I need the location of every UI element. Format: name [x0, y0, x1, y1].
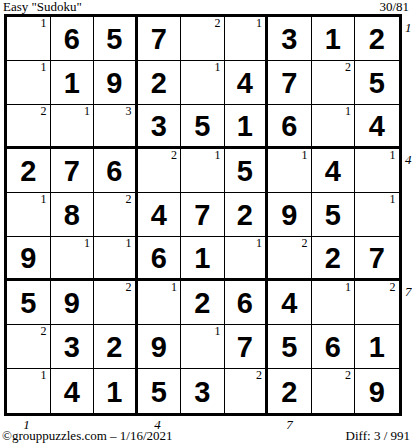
given-digit: 9	[369, 376, 385, 407]
cell-r7c1[interactable]: 5	[7, 281, 51, 325]
cell-r4c4[interactable]: 2	[138, 149, 182, 193]
cell-r9c8[interactable]: 2	[312, 369, 356, 413]
cell-r5c3[interactable]: 2	[94, 193, 138, 237]
given-digit: 9	[64, 287, 80, 318]
pencil-mark: 1	[390, 193, 396, 206]
cell-r4c7[interactable]: 1	[268, 149, 312, 193]
cell-r8c7[interactable]: 5	[268, 325, 312, 369]
given-digit: 2	[106, 331, 122, 362]
pencil-mark: 3	[126, 105, 132, 118]
pencil-mark: 1	[345, 281, 351, 294]
pencil-mark: 2	[171, 149, 177, 162]
cell-r1c3[interactable]: 5	[94, 17, 138, 61]
pencil-mark: 1	[390, 149, 396, 162]
given-digit: 3	[194, 376, 210, 407]
cell-r5c7[interactable]: 9	[268, 193, 312, 237]
given-digit: 2	[194, 287, 210, 318]
cell-r1c7[interactable]: 3	[268, 17, 312, 61]
pencil-mark: 2	[126, 193, 132, 206]
cell-r7c9[interactable]: 2	[355, 281, 399, 325]
row-label-7: 7	[405, 284, 412, 300]
cell-r1c1[interactable]: 1	[7, 17, 51, 61]
cell-r2c5[interactable]: 1	[181, 61, 225, 105]
cell-r8c3[interactable]: 2	[94, 325, 138, 369]
given-digit: 9	[106, 67, 122, 98]
given-digit: 6	[151, 242, 167, 273]
cell-r4c8[interactable]: 4	[312, 149, 356, 193]
given-digit: 2	[237, 199, 253, 230]
cell-r8c9[interactable]: 1	[355, 325, 399, 369]
cell-r2c7[interactable]: 7	[268, 61, 312, 105]
cell-r6c4[interactable]: 6	[138, 237, 182, 281]
copyright-date: ©grouppuzzles.com – 1/16/2021	[2, 428, 173, 444]
given-digit: 1	[64, 67, 80, 98]
cell-r1c2[interactable]: 6	[51, 17, 95, 61]
cell-r6c5[interactable]: 1	[181, 237, 225, 281]
cell-r6c2[interactable]: 1	[51, 237, 95, 281]
pencil-mark: 1	[171, 281, 177, 294]
cell-r8c5[interactable]: 1	[181, 325, 225, 369]
pencil-mark: 2	[345, 61, 351, 74]
cell-r2c1[interactable]: 1	[7, 61, 51, 105]
cell-r2c4[interactable]: 2	[138, 61, 182, 105]
cell-r5c2[interactable]: 8	[51, 193, 95, 237]
cell-r6c9[interactable]: 7	[355, 237, 399, 281]
cell-r5c6[interactable]: 2	[225, 193, 269, 237]
pencil-mark: 1	[215, 149, 221, 162]
page-title: Easy "Sudoku"	[3, 0, 82, 15]
given-digit: 2	[281, 376, 297, 407]
given-digit: 7	[64, 155, 80, 186]
given-digit: 9	[281, 199, 297, 230]
pencil-mark: 2	[215, 17, 221, 30]
cell-r1c8[interactable]: 1	[312, 17, 356, 61]
row-label-4: 4	[405, 152, 412, 168]
given-digit: 5	[106, 23, 122, 54]
given-digit: 5	[194, 110, 210, 141]
cell-r4c3[interactable]: 6	[94, 149, 138, 193]
cell-r4c2[interactable]: 7	[51, 149, 95, 193]
given-digit: 9	[151, 331, 167, 362]
cell-r5c4[interactable]: 4	[138, 193, 182, 237]
cell-r9c9[interactable]: 9	[355, 369, 399, 413]
cell-r8c4[interactable]: 9	[138, 325, 182, 369]
pencil-mark: 1	[215, 325, 221, 338]
cell-r7c4[interactable]: 1	[138, 281, 182, 325]
pencil-mark: 2	[345, 369, 351, 382]
given-digit: 3	[151, 110, 167, 141]
pencil-mark: 2	[41, 325, 47, 338]
cell-r1c5[interactable]: 2	[181, 17, 225, 61]
given-digit: 7	[237, 331, 253, 362]
pencil-mark: 1	[302, 149, 308, 162]
given-digit: 6	[325, 331, 341, 362]
pencil-mark: 1	[345, 105, 351, 118]
given-digit: 2	[369, 23, 385, 54]
pencil-mark: 1	[126, 237, 132, 250]
pencil-mark: 2	[126, 281, 132, 294]
cell-r7c3[interactable]: 2	[94, 281, 138, 325]
cell-r3c2[interactable]: 1	[51, 105, 95, 149]
cell-r6c7[interactable]: 2	[268, 237, 312, 281]
pencil-mark: 1	[84, 105, 90, 118]
cell-r3c7[interactable]: 6	[268, 105, 312, 149]
cell-r5c8[interactable]: 5	[312, 193, 356, 237]
given-digit: 1	[194, 242, 210, 273]
pencil-mark: 1	[215, 61, 221, 74]
cell-r8c2[interactable]: 3	[51, 325, 95, 369]
cell-r2c2[interactable]: 1	[51, 61, 95, 105]
cell-r6c1[interactable]: 9	[7, 237, 51, 281]
given-digit: 7	[281, 67, 297, 98]
given-digit: 1	[325, 23, 341, 54]
cell-r8c6[interactable]: 7	[225, 325, 269, 369]
cell-r2c6[interactable]: 4	[225, 61, 269, 105]
cell-r9c3[interactable]: 1	[94, 369, 138, 413]
given-digit: 4	[237, 67, 253, 98]
pencil-mark: 1	[41, 193, 47, 206]
cell-r7c6[interactable]: 6	[225, 281, 269, 325]
cell-r2c9[interactable]: 5	[355, 61, 399, 105]
pencil-mark: 1	[84, 237, 90, 250]
cell-r7c7[interactable]: 4	[268, 281, 312, 325]
cell-r3c5[interactable]: 5	[181, 105, 225, 149]
cell-r9c6[interactable]: 2	[225, 369, 269, 413]
cell-r7c8[interactable]: 1	[312, 281, 356, 325]
given-digit: 1	[369, 331, 385, 362]
given-digit: 4	[64, 376, 80, 407]
cell-r1c6[interactable]: 1	[225, 17, 269, 61]
pencil-mark: 1	[256, 237, 262, 250]
given-digit: 6	[237, 287, 253, 318]
pencil-mark: 2	[256, 369, 262, 382]
given-digit: 1	[237, 110, 253, 141]
given-digit: 6	[106, 155, 122, 186]
col-label-7: 7	[268, 417, 311, 433]
sudoku-board: 1657213121192147252133516142762151411824…	[4, 14, 402, 416]
given-digit: 6	[64, 23, 80, 54]
cell-r8c1[interactable]: 2	[7, 325, 51, 369]
cell-r4c9[interactable]: 1	[355, 149, 399, 193]
pencil-mark: 1	[41, 17, 47, 30]
cell-r5c1[interactable]: 1	[7, 193, 51, 237]
given-digit: 4	[325, 155, 341, 186]
pencil-mark: 2	[41, 105, 47, 118]
cell-r9c4[interactable]: 5	[138, 369, 182, 413]
given-digit: 5	[151, 376, 167, 407]
pencil-mark: 2	[302, 237, 308, 250]
cell-r5c5[interactable]: 7	[181, 193, 225, 237]
puzzle-counter: 30/81	[379, 0, 409, 15]
cell-r4c1[interactable]: 2	[7, 149, 51, 193]
given-digit: 4	[369, 110, 385, 141]
given-digit: 8	[64, 199, 80, 230]
sudoku-page: Easy "Sudoku" 30/81 16572131211921472521…	[0, 0, 412, 445]
cell-r9c2[interactable]: 4	[51, 369, 95, 413]
pencil-mark: 2	[390, 281, 396, 294]
given-digit: 4	[151, 199, 167, 230]
given-digit: 5	[281, 331, 297, 362]
cell-r1c9[interactable]: 2	[355, 17, 399, 61]
given-digit: 3	[281, 23, 297, 54]
cell-r7c5[interactable]: 2	[181, 281, 225, 325]
given-digit: 1	[106, 376, 122, 407]
difficulty-label: Diff: 3 / 991	[346, 428, 410, 444]
cell-r6c8[interactable]: 2	[312, 237, 356, 281]
given-digit: 9	[20, 242, 36, 273]
cell-r3c3[interactable]: 3	[94, 105, 138, 149]
given-digit: 5	[20, 287, 36, 318]
pencil-mark: 1	[41, 61, 47, 74]
cell-r3c1[interactable]: 2	[7, 105, 51, 149]
cell-r3c6[interactable]: 1	[225, 105, 269, 149]
cell-r9c1[interactable]: 1	[7, 369, 51, 413]
given-digit: 5	[237, 155, 253, 186]
given-digit: 6	[281, 110, 297, 141]
cell-r7c2[interactable]: 9	[51, 281, 95, 325]
given-digit: 2	[20, 155, 36, 186]
given-digit: 7	[194, 199, 210, 230]
cell-r9c5[interactable]: 3	[181, 369, 225, 413]
given-digit: 4	[281, 287, 297, 318]
cell-r3c9[interactable]: 4	[355, 105, 399, 149]
pencil-mark: 1	[256, 17, 262, 30]
given-digit: 5	[369, 67, 385, 98]
given-digit: 2	[325, 242, 341, 273]
cell-r6c3[interactable]: 1	[94, 237, 138, 281]
cell-r5c9[interactable]: 1	[355, 193, 399, 237]
cell-r3c4[interactable]: 3	[138, 105, 182, 149]
given-digit: 5	[325, 199, 341, 230]
given-digit: 3	[64, 331, 80, 362]
cell-r4c6[interactable]: 5	[225, 149, 269, 193]
cell-r1c4[interactable]: 7	[138, 17, 182, 61]
given-digit: 7	[369, 242, 385, 273]
pencil-mark: 1	[41, 369, 47, 382]
cell-r9c7[interactable]: 2	[268, 369, 312, 413]
cell-r2c8[interactable]: 2	[312, 61, 356, 105]
cell-r2c3[interactable]: 9	[94, 61, 138, 105]
cell-r4c5[interactable]: 1	[181, 149, 225, 193]
cell-r8c8[interactable]: 6	[312, 325, 356, 369]
given-digit: 7	[151, 23, 167, 54]
cell-r6c6[interactable]: 1	[225, 237, 269, 281]
given-digit: 2	[151, 67, 167, 98]
row-label-1: 1	[405, 20, 412, 36]
cell-r3c8[interactable]: 1	[312, 105, 356, 149]
